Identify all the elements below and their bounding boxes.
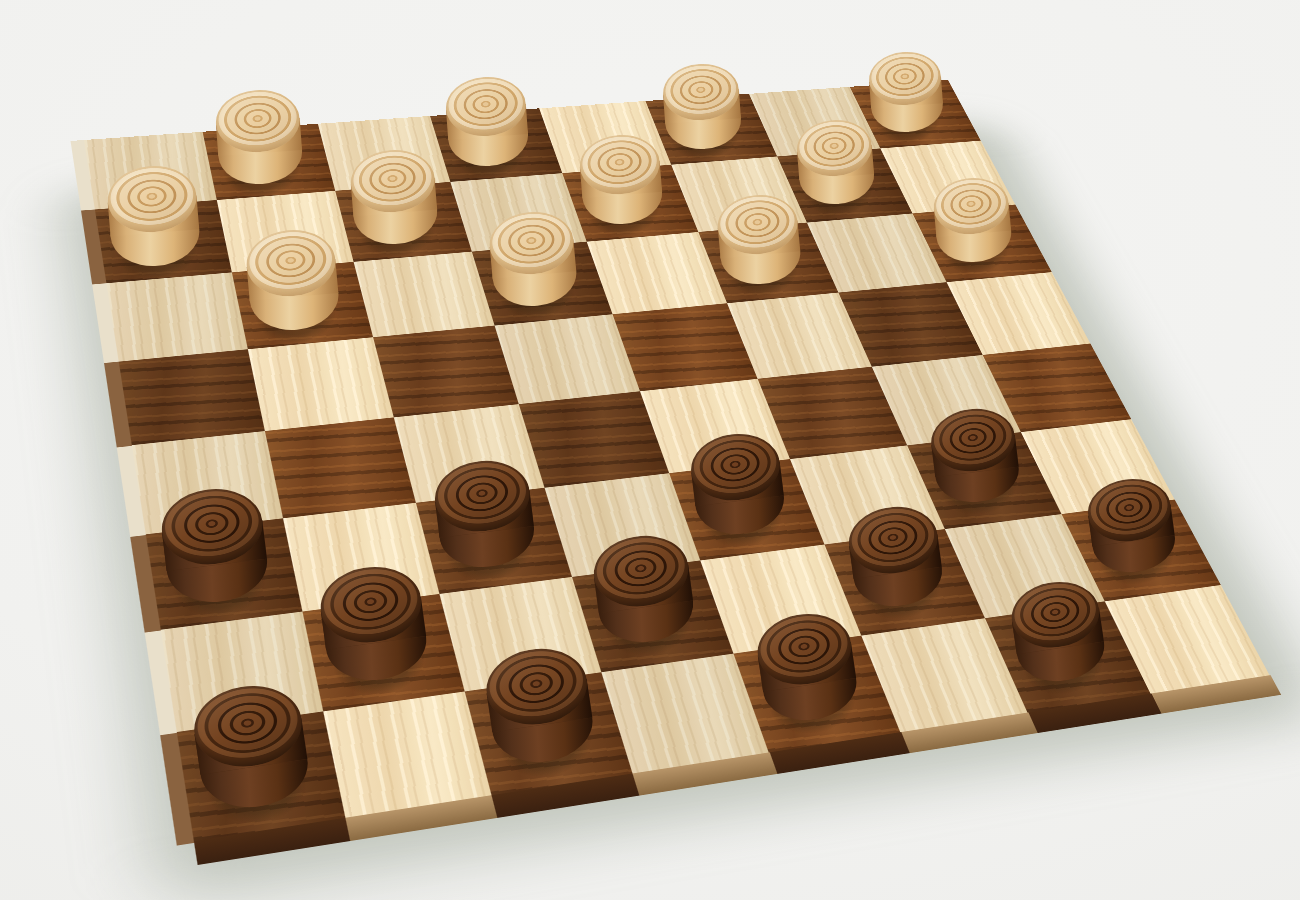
dark-man-r6c5[interactable]: ⛂: [687, 429, 787, 539]
dark-man-r7c2[interactable]: ⛂: [316, 561, 431, 687]
light-man-r3c2[interactable]: ⛀: [244, 226, 342, 334]
light-man-r3c4[interactable]: ⛀: [486, 208, 578, 309]
dark-man-r7c6[interactable]: ⛂: [845, 501, 946, 611]
dark-man-r8c5[interactable]: ⛂: [753, 608, 862, 726]
light-man-r2c5[interactable]: ⛀: [577, 131, 664, 226]
dark-man-r6c1[interactable]: ⛂: [157, 483, 271, 608]
light-man-r1c8[interactable]: ⛀: [867, 49, 944, 134]
dark-man-r7c4[interactable]: ⛂: [589, 530, 697, 648]
light-man-r2c7[interactable]: ⛀: [794, 117, 876, 207]
dark-man-r8c3[interactable]: ⛂: [481, 642, 597, 769]
light-man-r2c1[interactable]: ⛀: [105, 162, 202, 269]
dark-man-r8c7[interactable]: ⛂: [1007, 576, 1109, 687]
light-man-r1c4[interactable]: ⛀: [444, 74, 530, 169]
dark-man-r6c3[interactable]: ⛂: [431, 455, 538, 572]
light-man-r2c3[interactable]: ⛀: [348, 147, 440, 248]
dark-man-r7c8[interactable]: ⛂: [1084, 474, 1179, 577]
light-man-r1c2[interactable]: ⛀: [214, 87, 305, 187]
dark-man-r8c1[interactable]: ⛂: [189, 678, 314, 814]
dark-man-r6c7[interactable]: ⛂: [928, 404, 1022, 507]
light-man-r3c6[interactable]: ⛀: [715, 191, 802, 287]
pieces-layer: ⛀⛀⛀⛀⛀⛀⛀⛀⛀⛀⛀⛀⛂⛂⛂⛂⛂⛂⛂⛂⛂⛂⛂⛂: [0, 0, 1300, 900]
light-man-r1c6[interactable]: ⛀: [661, 61, 743, 151]
scene: ⛀⛀⛀⛀⛀⛀⛀⛀⛀⛀⛀⛀⛂⛂⛂⛂⛂⛂⛂⛂⛂⛂⛂⛂: [0, 0, 1300, 900]
light-man-r3c8[interactable]: ⛀: [931, 175, 1014, 266]
